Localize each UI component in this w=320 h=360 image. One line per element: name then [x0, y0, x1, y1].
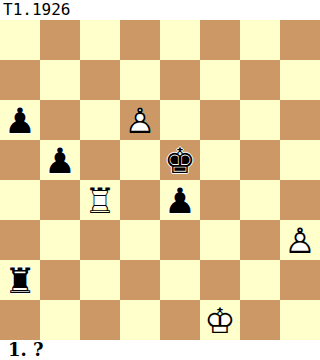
chess-diagram-page: T1.1926 ♟♟♙♟♚♜♖♟♟♙♜♚♔ 1. ? [0, 0, 320, 360]
square-h6[interactable] [280, 100, 320, 140]
square-f1[interactable]: ♚♔ [200, 300, 240, 340]
square-a4[interactable] [0, 180, 40, 220]
square-g7[interactable] [240, 60, 280, 100]
square-c1[interactable] [80, 300, 120, 340]
square-h2[interactable] [280, 260, 320, 300]
black-rook[interactable]: ♜ [0, 260, 40, 300]
square-d3[interactable] [120, 220, 160, 260]
square-d6[interactable]: ♟♙ [120, 100, 160, 140]
square-f4[interactable] [200, 180, 240, 220]
square-g1[interactable] [240, 300, 280, 340]
black-pawn[interactable]: ♟ [160, 180, 200, 220]
black-pawn[interactable]: ♟ [40, 140, 80, 180]
square-c4[interactable]: ♜♖ [80, 180, 120, 220]
square-a2[interactable]: ♜ [0, 260, 40, 300]
square-f8[interactable] [200, 20, 240, 60]
square-f7[interactable] [200, 60, 240, 100]
piece-glyph: ♟ [40, 140, 80, 180]
square-d1[interactable] [120, 300, 160, 340]
white-rook[interactable]: ♜♖ [80, 180, 120, 220]
square-d8[interactable] [120, 20, 160, 60]
diagram-title: T1.1926 [0, 0, 70, 20]
square-c3[interactable] [80, 220, 120, 260]
square-g8[interactable] [240, 20, 280, 60]
square-a5[interactable] [0, 140, 40, 180]
white-pawn[interactable]: ♟♙ [280, 220, 320, 260]
square-e4[interactable]: ♟ [160, 180, 200, 220]
square-c5[interactable] [80, 140, 120, 180]
square-b5[interactable]: ♟ [40, 140, 80, 180]
square-c8[interactable] [80, 20, 120, 60]
diagram-header: T1.1926 [0, 0, 320, 20]
square-d7[interactable] [120, 60, 160, 100]
piece-glyph: ♟ [160, 180, 200, 220]
piece-outline-glyph: ♙ [280, 220, 320, 260]
square-g5[interactable] [240, 140, 280, 180]
piece-glyph: ♚ [160, 140, 200, 180]
square-a6[interactable]: ♟ [0, 100, 40, 140]
white-pawn[interactable]: ♟♙ [120, 100, 160, 140]
black-pawn[interactable]: ♟ [0, 100, 40, 140]
white-king[interactable]: ♚♔ [200, 300, 240, 340]
square-b2[interactable] [40, 260, 80, 300]
square-c7[interactable] [80, 60, 120, 100]
square-f5[interactable] [200, 140, 240, 180]
square-e8[interactable] [160, 20, 200, 60]
square-g4[interactable] [240, 180, 280, 220]
square-e1[interactable] [160, 300, 200, 340]
piece-outline-glyph: ♖ [80, 180, 120, 220]
piece-outline-glyph: ♔ [200, 300, 240, 340]
square-f2[interactable] [200, 260, 240, 300]
square-a8[interactable] [0, 20, 40, 60]
square-h1[interactable] [280, 300, 320, 340]
square-b3[interactable] [40, 220, 80, 260]
diagram-footer: 1. ? [0, 340, 320, 360]
square-e5[interactable]: ♚ [160, 140, 200, 180]
square-a1[interactable] [0, 300, 40, 340]
square-f6[interactable] [200, 100, 240, 140]
move-prompt: 1. ? [0, 340, 44, 360]
square-e6[interactable] [160, 100, 200, 140]
square-b8[interactable] [40, 20, 80, 60]
square-c6[interactable] [80, 100, 120, 140]
square-h3[interactable]: ♟♙ [280, 220, 320, 260]
square-g6[interactable] [240, 100, 280, 140]
square-b6[interactable] [40, 100, 80, 140]
piece-outline-glyph: ♙ [120, 100, 160, 140]
square-h4[interactable] [280, 180, 320, 220]
square-a3[interactable] [0, 220, 40, 260]
black-king[interactable]: ♚ [160, 140, 200, 180]
square-f3[interactable] [200, 220, 240, 260]
square-e2[interactable] [160, 260, 200, 300]
square-a7[interactable] [0, 60, 40, 100]
square-d4[interactable] [120, 180, 160, 220]
square-g2[interactable] [240, 260, 280, 300]
square-c2[interactable] [80, 260, 120, 300]
piece-glyph: ♜ [0, 260, 40, 300]
square-b1[interactable] [40, 300, 80, 340]
square-b7[interactable] [40, 60, 80, 100]
square-e7[interactable] [160, 60, 200, 100]
square-h8[interactable] [280, 20, 320, 60]
square-h7[interactable] [280, 60, 320, 100]
square-e3[interactable] [160, 220, 200, 260]
piece-glyph: ♟ [0, 100, 40, 140]
square-b4[interactable] [40, 180, 80, 220]
square-h5[interactable] [280, 140, 320, 180]
square-d2[interactable] [120, 260, 160, 300]
square-g3[interactable] [240, 220, 280, 260]
square-d5[interactable] [120, 140, 160, 180]
chess-board: ♟♟♙♟♚♜♖♟♟♙♜♚♔ [0, 20, 320, 340]
